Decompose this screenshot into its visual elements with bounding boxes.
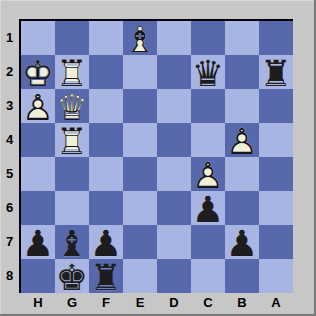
white-king-piece[interactable]: ♚♔ [21,55,55,89]
square-b1[interactable] [225,21,259,55]
square-c5[interactable]: ♟♙ [191,157,225,191]
rank-label-4: 4 [0,123,19,157]
file-label-b: B [225,293,259,313]
piece-fill-glyph: ♛ [191,57,225,91]
square-f4[interactable] [89,123,123,157]
piece-fill-glyph: ♟ [21,91,55,125]
square-h3[interactable]: ♟♙ [21,89,55,123]
piece-outline-glyph: ♙ [21,91,55,125]
square-g3[interactable]: ♛♕ [55,89,89,123]
white-rook-piece[interactable]: ♜♖ [55,55,89,89]
piece-fill-glyph: ♝ [55,227,89,261]
rank-label-8: 8 [0,259,19,293]
piece-outline-glyph: ♔ [21,57,55,91]
square-d1[interactable] [157,21,191,55]
square-c8[interactable] [191,259,225,293]
square-f1[interactable] [89,21,123,55]
piece-outline-glyph: ♗ [123,23,157,57]
black-bishop-piece[interactable]: ♝ [55,225,89,259]
piece-outline-glyph: ♙ [191,159,225,193]
piece-fill-glyph: ♟ [225,125,259,159]
square-a5[interactable] [259,157,293,191]
square-c6[interactable]: ♟ [191,191,225,225]
white-rook-piece[interactable]: ♜♖ [55,123,89,157]
piece-outline-glyph: ♖ [55,57,89,91]
board-frame: ♝♗♚♔♜♖♛♜♟♙♛♕♜♖♟♙♟♙♟♟♝♟♟♚♜ 12345678 HGFED… [0,0,316,316]
square-b8[interactable] [225,259,259,293]
square-g8[interactable]: ♚ [55,259,89,293]
square-h1[interactable] [21,21,55,55]
piece-fill-glyph: ♟ [191,159,225,193]
square-b2[interactable] [225,55,259,89]
black-pawn-piece[interactable]: ♟ [225,225,259,259]
black-pawn-piece[interactable]: ♟ [89,225,123,259]
square-g7[interactable]: ♝ [55,225,89,259]
square-e7[interactable] [123,225,157,259]
square-f5[interactable] [89,157,123,191]
square-a6[interactable] [259,191,293,225]
piece-fill-glyph: ♟ [191,193,225,227]
square-e8[interactable] [123,259,157,293]
square-g4[interactable]: ♜♖ [55,123,89,157]
square-g2[interactable]: ♜♖ [55,55,89,89]
piece-outline-glyph: ♕ [55,91,89,125]
square-a8[interactable] [259,259,293,293]
square-h6[interactable] [21,191,55,225]
piece-outline-glyph: ♖ [55,125,89,159]
piece-fill-glyph: ♜ [55,57,89,91]
square-b3[interactable] [225,89,259,123]
square-e1[interactable]: ♝♗ [123,21,157,55]
square-c4[interactable] [191,123,225,157]
file-label-f: F [89,293,123,313]
square-h5[interactable] [21,157,55,191]
file-label-h: H [21,293,55,313]
piece-fill-glyph: ♜ [89,261,123,295]
rank-label-1: 1 [0,21,19,55]
piece-fill-glyph: ♚ [55,261,89,295]
square-h7[interactable]: ♟ [21,225,55,259]
file-label-g: G [55,293,89,313]
square-e2[interactable] [123,55,157,89]
square-f3[interactable] [89,89,123,123]
piece-fill-glyph: ♜ [259,57,293,91]
square-a4[interactable] [259,123,293,157]
square-d7[interactable] [157,225,191,259]
square-a3[interactable] [259,89,293,123]
square-d3[interactable] [157,89,191,123]
white-pawn-piece[interactable]: ♟♙ [225,123,259,157]
square-e4[interactable] [123,123,157,157]
square-d5[interactable] [157,157,191,191]
piece-fill-glyph: ♜ [55,125,89,159]
square-g6[interactable] [55,191,89,225]
square-d6[interactable] [157,191,191,225]
square-g1[interactable] [55,21,89,55]
square-b6[interactable] [225,191,259,225]
black-rook-piece[interactable]: ♜ [89,259,123,293]
square-d8[interactable] [157,259,191,293]
square-f8[interactable]: ♜ [89,259,123,293]
square-a1[interactable] [259,21,293,55]
rank-label-7: 7 [0,225,19,259]
square-b4[interactable]: ♟♙ [225,123,259,157]
square-f6[interactable] [89,191,123,225]
square-c1[interactable] [191,21,225,55]
square-h4[interactable] [21,123,55,157]
square-h8[interactable] [21,259,55,293]
square-a7[interactable] [259,225,293,259]
square-c3[interactable] [191,89,225,123]
piece-fill-glyph: ♝ [123,23,157,57]
square-c7[interactable] [191,225,225,259]
square-g5[interactable] [55,157,89,191]
square-a2[interactable]: ♜ [259,55,293,89]
piece-fill-glyph: ♛ [55,91,89,125]
white-queen-piece[interactable]: ♛♕ [55,89,89,123]
square-f2[interactable] [89,55,123,89]
piece-fill-glyph: ♟ [89,227,123,261]
chess-board: ♝♗♚♔♜♖♛♜♟♙♛♕♜♖♟♙♟♙♟♟♝♟♟♚♜ [19,19,293,293]
black-king-piece[interactable]: ♚ [55,259,89,293]
piece-fill-glyph: ♚ [21,57,55,91]
white-pawn-piece[interactable]: ♟♙ [191,157,225,191]
square-d4[interactable] [157,123,191,157]
square-e3[interactable] [123,89,157,123]
rank-label-6: 6 [0,191,19,225]
square-b5[interactable] [225,157,259,191]
file-label-d: D [157,293,191,313]
square-d2[interactable] [157,55,191,89]
rank-label-2: 2 [0,55,19,89]
square-f7[interactable]: ♟ [89,225,123,259]
square-c2[interactable]: ♛ [191,55,225,89]
square-e5[interactable] [123,157,157,191]
black-pawn-piece[interactable]: ♟ [191,191,225,225]
file-label-c: C [191,293,225,313]
black-queen-piece[interactable]: ♛ [191,55,225,89]
rank-label-5: 5 [0,157,19,191]
file-label-a: A [259,293,293,313]
rank-label-3: 3 [0,89,19,123]
white-bishop-piece[interactable]: ♝♗ [123,21,157,55]
white-pawn-piece[interactable]: ♟♙ [21,89,55,123]
piece-fill-glyph: ♟ [21,227,55,261]
black-pawn-piece[interactable]: ♟ [21,225,55,259]
square-h2[interactable]: ♚♔ [21,55,55,89]
square-e6[interactable] [123,191,157,225]
square-b7[interactable]: ♟ [225,225,259,259]
piece-outline-glyph: ♙ [225,125,259,159]
file-label-e: E [123,293,157,313]
black-rook-piece[interactable]: ♜ [259,55,293,89]
piece-fill-glyph: ♟ [225,227,259,261]
